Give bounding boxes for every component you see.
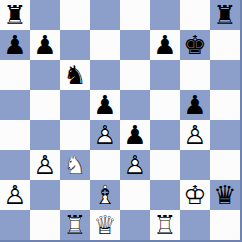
square-f6[interactable] [150, 60, 180, 90]
piece-glyph-fill: ♟ [0, 30, 30, 60]
black-pawn-piece[interactable]: ♟ [180, 90, 210, 120]
square-c2[interactable] [60, 180, 90, 210]
piece-glyph-fill: ♚ [180, 30, 210, 60]
square-b5[interactable] [30, 90, 60, 120]
square-g3[interactable] [180, 150, 210, 180]
chess-board: ♜♜♟♟♟♚♞♟♟♟♙♟♟♙♟♙♞♘♟♙♟♙♝♗♚♔♛♜♖♛♕♜♖ [0, 0, 240, 240]
square-a5[interactable] [0, 90, 30, 120]
black-pawn-piece[interactable]: ♟ [30, 30, 60, 60]
square-b7[interactable]: ♟ [30, 30, 60, 60]
square-a8[interactable]: ♜ [0, 0, 30, 30]
square-c4[interactable] [60, 120, 90, 150]
white-pawn-piece[interactable]: ♟♙ [30, 150, 60, 180]
square-c8[interactable] [60, 0, 90, 30]
square-d6[interactable] [90, 60, 120, 90]
square-f7[interactable]: ♟ [150, 30, 180, 60]
piece-glyph-outline: ♘ [60, 150, 90, 180]
white-pawn-piece[interactable]: ♟♙ [0, 180, 30, 210]
white-rook-piece[interactable]: ♜♖ [150, 210, 180, 240]
square-b6[interactable] [30, 60, 60, 90]
square-g6[interactable] [180, 60, 210, 90]
white-bishop-piece[interactable]: ♝♗ [90, 180, 120, 210]
piece-glyph-outline: ♙ [90, 120, 120, 150]
square-d8[interactable] [90, 0, 120, 30]
black-pawn-piece[interactable]: ♟ [120, 120, 150, 150]
square-g2[interactable]: ♚♔ [180, 180, 210, 210]
square-b1[interactable] [30, 210, 60, 240]
square-d2[interactable]: ♝♗ [90, 180, 120, 210]
piece-glyph-outline: ♖ [150, 210, 180, 240]
square-a3[interactable] [0, 150, 30, 180]
piece-glyph-fill: ♞ [60, 60, 90, 90]
white-pawn-piece[interactable]: ♟♙ [120, 150, 150, 180]
square-b2[interactable] [30, 180, 60, 210]
piece-glyph-fill: ♟ [150, 30, 180, 60]
square-f8[interactable] [150, 0, 180, 30]
piece-glyph-outline: ♗ [90, 180, 120, 210]
piece-glyph-fill: ♜ [210, 0, 240, 30]
square-a1[interactable] [0, 210, 30, 240]
square-c3[interactable]: ♞♘ [60, 150, 90, 180]
square-h1[interactable] [210, 210, 240, 240]
square-h7[interactable] [210, 30, 240, 60]
square-d4[interactable]: ♟♙ [90, 120, 120, 150]
square-d5[interactable]: ♟ [90, 90, 120, 120]
square-f1[interactable]: ♜♖ [150, 210, 180, 240]
black-pawn-piece[interactable]: ♟ [150, 30, 180, 60]
chess-app: ♜♜♟♟♟♚♞♟♟♟♙♟♟♙♟♙♞♘♟♙♟♙♝♗♚♔♛♜♖♛♕♜♖ [0, 0, 242, 242]
white-queen-piece[interactable]: ♛♕ [90, 210, 120, 240]
square-e4[interactable]: ♟ [120, 120, 150, 150]
square-g8[interactable] [180, 0, 210, 30]
square-f4[interactable] [150, 120, 180, 150]
piece-glyph-outline: ♙ [120, 150, 150, 180]
square-b3[interactable]: ♟♙ [30, 150, 60, 180]
square-h2[interactable]: ♛ [210, 180, 240, 210]
square-a6[interactable] [0, 60, 30, 90]
white-pawn-piece[interactable]: ♟♙ [90, 120, 120, 150]
square-h8[interactable]: ♜ [210, 0, 240, 30]
square-a4[interactable] [0, 120, 30, 150]
piece-glyph-fill: ♜ [0, 0, 30, 30]
square-g7[interactable]: ♚ [180, 30, 210, 60]
square-e2[interactable] [120, 180, 150, 210]
square-c6[interactable]: ♞ [60, 60, 90, 90]
piece-glyph-outline: ♔ [180, 180, 210, 210]
white-knight-piece[interactable]: ♞♘ [60, 150, 90, 180]
piece-glyph-fill: ♟ [90, 90, 120, 120]
square-h6[interactable] [210, 60, 240, 90]
piece-glyph-fill: ♛ [210, 180, 240, 210]
black-pawn-piece[interactable]: ♟ [90, 90, 120, 120]
square-h3[interactable] [210, 150, 240, 180]
square-h5[interactable] [210, 90, 240, 120]
black-rook-piece[interactable]: ♜ [210, 0, 240, 30]
square-f2[interactable] [150, 180, 180, 210]
black-king-piece[interactable]: ♚ [180, 30, 210, 60]
piece-glyph-outline: ♖ [60, 210, 90, 240]
white-king-piece[interactable]: ♚♔ [180, 180, 210, 210]
square-h4[interactable] [210, 120, 240, 150]
square-g1[interactable] [180, 210, 210, 240]
square-e1[interactable] [120, 210, 150, 240]
square-c5[interactable] [60, 90, 90, 120]
square-c1[interactable]: ♜♖ [60, 210, 90, 240]
square-f3[interactable] [150, 150, 180, 180]
square-d7[interactable] [90, 30, 120, 60]
square-g4[interactable]: ♟♙ [180, 120, 210, 150]
square-b4[interactable] [30, 120, 60, 150]
white-pawn-piece[interactable]: ♟♙ [180, 120, 210, 150]
square-e5[interactable] [120, 90, 150, 120]
black-knight-piece[interactable]: ♞ [60, 60, 90, 90]
square-e3[interactable]: ♟♙ [120, 150, 150, 180]
black-pawn-piece[interactable]: ♟ [0, 30, 30, 60]
piece-glyph-fill: ♟ [120, 120, 150, 150]
square-e6[interactable] [120, 60, 150, 90]
piece-glyph-outline: ♙ [30, 150, 60, 180]
piece-glyph-outline: ♙ [180, 120, 210, 150]
black-queen-piece[interactable]: ♛ [210, 180, 240, 210]
square-a2[interactable]: ♟♙ [0, 180, 30, 210]
black-rook-piece[interactable]: ♜ [0, 0, 30, 30]
square-a7[interactable]: ♟ [0, 30, 30, 60]
piece-glyph-fill: ♟ [180, 90, 210, 120]
white-rook-piece[interactable]: ♜♖ [60, 210, 90, 240]
square-e7[interactable] [120, 30, 150, 60]
square-d1[interactable]: ♛♕ [90, 210, 120, 240]
square-g5[interactable]: ♟ [180, 90, 210, 120]
piece-glyph-fill: ♟ [30, 30, 60, 60]
piece-glyph-outline: ♕ [90, 210, 120, 240]
square-e8[interactable] [120, 0, 150, 30]
board-frame: ♜♜♟♟♟♚♞♟♟♟♙♟♟♙♟♙♞♘♟♙♟♙♝♗♚♔♛♜♖♛♕♜♖ [0, 0, 242, 242]
square-b8[interactable] [30, 0, 60, 30]
square-c7[interactable] [60, 30, 90, 60]
square-d3[interactable] [90, 150, 120, 180]
square-f5[interactable] [150, 90, 180, 120]
piece-glyph-outline: ♙ [0, 180, 30, 210]
